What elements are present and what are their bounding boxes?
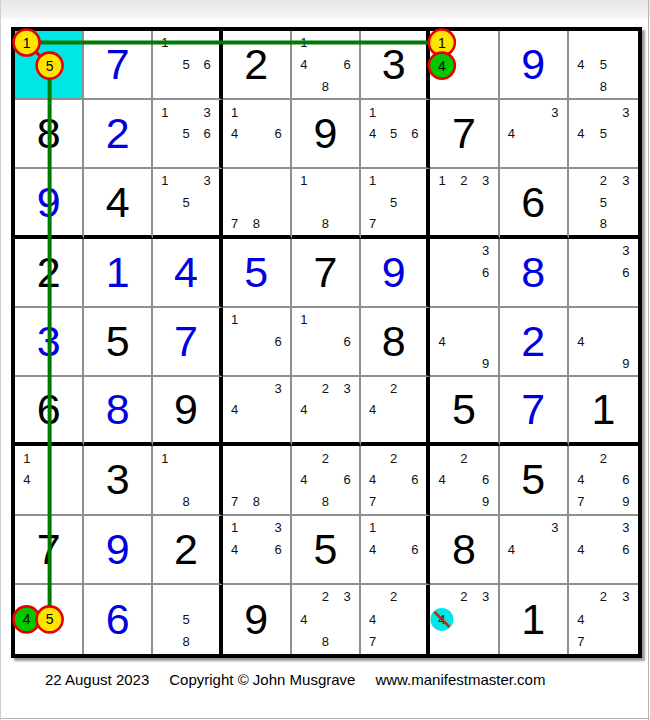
cell-r9c4[interactable]: 9 [223,585,292,654]
cell-r7c8[interactable]: 5 [500,446,569,515]
solved-digit-r4c8: 8 [500,239,567,306]
given-digit-r8c7: 8 [430,516,497,583]
cell-r2c8[interactable]: 34 [500,100,569,169]
given-digit-r3c8: 6 [500,169,567,234]
solved-digit-r8c2: 9 [84,516,151,583]
given-digit-r5c2: 5 [84,308,151,375]
footer-date: 22 August 2023 [45,671,149,688]
candidates-r9c5: 2348 [293,586,358,653]
cell-r5c6[interactable]: 8 [361,308,430,377]
cell-r1c4[interactable]: 2 [223,31,292,100]
cell-r4c2[interactable]: 1 [84,239,153,308]
cell-r6c9[interactable]: 1 [569,377,638,446]
candidates-r1c7 [431,32,496,97]
candidates-r9c1 [16,586,81,653]
cell-r4c4[interactable]: 5 [223,239,292,308]
candidates-r6c4: 34 [224,378,289,441]
candidates-r1c5: 1468 [293,32,358,97]
footer: 22 August 2023Copyright © John Musgravew… [45,671,545,688]
cell-r2c6[interactable]: 1456 [361,100,430,169]
candidates-r3c7: 123 [431,170,496,233]
given-digit-r6c3: 9 [153,377,218,442]
solved-digit-r5c3: 7 [153,308,218,375]
candidates-r5c5: 16 [293,309,358,374]
given-digit-r9c4: 9 [223,585,290,654]
given-digit-r5c6: 8 [361,308,426,375]
cell-r3c2[interactable]: 4 [84,169,153,238]
solved-digit-r6c2: 8 [84,377,151,442]
cell-r7c6[interactable]: 2467 [361,446,430,515]
window-bottom-edge [1,718,650,719]
cell-r9c6[interactable]: 247 [361,585,430,654]
candidates-r1c9: 458 [570,32,637,97]
candidates-r1c3: 156 [154,32,217,97]
given-digit-r4c5: 7 [292,239,359,306]
solved-digit-r1c8: 9 [500,31,567,98]
candidates-r8c8: 34 [501,517,566,582]
cell-r3c4[interactable]: 78 [223,169,292,238]
candidates-r8c6: 146 [362,517,425,582]
given-digit-r3c2: 4 [84,169,151,234]
cell-r6c1[interactable]: 6 [15,377,84,446]
candidates-r7c3: 18 [154,447,217,512]
solved-digit-r9c2: 6 [84,585,151,654]
given-digit-r2c5: 9 [292,100,359,167]
cell-r7c9[interactable]: 24679 [569,446,638,515]
cell-r6c3[interactable]: 9 [153,377,222,446]
cell-r7c1[interactable]: 14 [15,446,84,515]
candidates-r7c4: 78 [224,447,289,512]
solved-digit-r6c8: 7 [500,377,567,442]
cell-r9c5[interactable]: 2348 [292,585,361,654]
candidates-r4c9: 36 [570,240,637,305]
cell-r1c8[interactable]: 9 [500,31,569,100]
cell-r5c5[interactable]: 16 [292,308,361,377]
cell-r7c2[interactable]: 3 [84,446,153,515]
cell-r4c1[interactable]: 2 [15,239,84,308]
cell-r9c7[interactable]: 23 [430,585,499,654]
given-digit-r7c2: 3 [84,446,151,513]
cell-r3c8[interactable]: 6 [500,169,569,238]
footer-website: www.manifestmaster.com [375,671,545,688]
candidates-r6c6: 24 [362,378,425,441]
cell-r4c5[interactable]: 7 [292,239,361,308]
cell-r3c3[interactable]: 135 [153,169,222,238]
window-right-edge [648,0,649,720]
cell-r2c3[interactable]: 1356 [153,100,222,169]
solved-digit-r2c2: 2 [84,100,151,167]
solved-digit-r4c4: 5 [223,239,290,306]
cell-r8c6[interactable]: 146 [361,516,430,585]
page-top-bar [1,0,650,19]
candidates-r7c7: 2469 [431,447,496,512]
solved-digit-r5c8: 2 [500,308,567,375]
given-digit-r6c1: 6 [15,377,82,442]
cell-r8c4[interactable]: 1346 [223,516,292,585]
candidates-r9c7: 23 [431,586,496,653]
cell-r7c3[interactable]: 18 [153,446,222,515]
candidates-r2c9: 345 [570,101,637,166]
candidates-r3c3: 135 [154,170,217,233]
footer-copyright: Copyright © John Musgrave [169,671,355,688]
given-digit-r7c8: 5 [500,446,567,513]
cell-r1c1[interactable] [15,31,84,100]
cell-r8c8[interactable]: 34 [500,516,569,585]
cell-r9c8[interactable]: 1 [500,585,569,654]
candidates-r7c1: 14 [16,447,81,512]
cell-r2c1[interactable]: 8 [15,100,84,169]
cell-r6c6[interactable]: 24 [361,377,430,446]
cell-r3c1[interactable]: 9 [15,169,84,238]
candidates-r8c4: 1346 [224,517,289,582]
given-digit-r8c1: 7 [15,516,82,583]
cell-r4c3[interactable]: 4 [153,239,222,308]
candidates-r5c4: 16 [224,309,289,374]
cell-r4c6[interactable]: 9 [361,239,430,308]
given-digit-r2c1: 8 [15,100,82,167]
candidates-r2c8: 34 [501,101,566,166]
cell-r8c2[interactable]: 9 [84,516,153,585]
sudoku-board: 7156214683945882135614691456734345941357… [11,27,642,658]
given-digit-r4c1: 2 [15,239,82,306]
candidates-r2c4: 146 [224,101,289,166]
cell-r9c2[interactable]: 6 [84,585,153,654]
cell-r5c4[interactable]: 16 [223,308,292,377]
given-digit-r9c8: 1 [500,585,567,654]
candidates-r5c7: 49 [431,309,496,374]
cell-r2c5[interactable]: 9 [292,100,361,169]
candidates-r9c3: 58 [154,586,217,653]
solved-digit-r3c1: 9 [15,169,82,234]
candidates-r9c6: 247 [362,586,425,653]
cell-r7c7[interactable]: 2469 [430,446,499,515]
cell-r4c7[interactable]: 36 [430,239,499,308]
cell-r9c9[interactable]: 2347 [569,585,638,654]
cell-r8c9[interactable]: 346 [569,516,638,585]
candidates-r7c9: 24679 [570,447,637,512]
cell-r2c9[interactable]: 345 [569,100,638,169]
cell-r1c5[interactable]: 1468 [292,31,361,100]
cell-r3c6[interactable]: 157 [361,169,430,238]
cell-r6c2[interactable]: 8 [84,377,153,446]
cell-r1c6[interactable]: 3 [361,31,430,100]
cell-r2c4[interactable]: 146 [223,100,292,169]
solved-digit-r4c6: 9 [361,239,426,306]
given-digit-r8c3: 2 [153,516,218,583]
solved-digit-r5c1: 3 [15,308,82,375]
cell-r6c7[interactable]: 5 [430,377,499,446]
given-digit-r6c7: 5 [430,377,497,442]
cell-r9c1[interactable] [15,585,84,654]
cell-r5c3[interactable]: 7 [153,308,222,377]
cell-r1c9[interactable]: 458 [569,31,638,100]
cell-r1c2[interactable]: 7 [84,31,153,100]
candidates-r3c6: 157 [362,170,425,233]
candidates-r9c9: 2347 [570,586,637,653]
cell-r3c7[interactable]: 123 [430,169,499,238]
candidates-r8c9: 346 [570,517,637,582]
cell-r8c7[interactable]: 8 [430,516,499,585]
cell-r4c8[interactable]: 8 [500,239,569,308]
cell-r8c5[interactable]: 5 [292,516,361,585]
given-digit-r6c9: 1 [569,377,638,442]
candidates-r5c9: 49 [570,309,637,374]
candidates-r7c5: 2468 [293,447,358,512]
given-digit-r1c6: 3 [361,31,426,98]
cell-r3c5[interactable]: 18 [292,169,361,238]
cell-r5c9[interactable]: 49 [569,308,638,377]
cell-r5c7[interactable]: 49 [430,308,499,377]
candidates-r3c4: 78 [224,170,289,233]
candidates-r6c5: 234 [293,378,358,441]
cell-r2c7[interactable]: 7 [430,100,499,169]
cell-r1c7[interactable] [430,31,499,100]
solved-digit-r4c3: 4 [153,239,218,306]
cell-r5c8[interactable]: 2 [500,308,569,377]
cell-r8c3[interactable]: 2 [153,516,222,585]
given-digit-r8c5: 5 [292,516,359,583]
candidates-r4c7: 36 [431,240,496,305]
cell-r6c5[interactable]: 234 [292,377,361,446]
cell-r8c1[interactable]: 7 [15,516,84,585]
cell-r4c9[interactable]: 36 [569,239,638,308]
given-digit-r2c7: 7 [430,100,497,167]
cell-r7c4[interactable]: 78 [223,446,292,515]
cell-r5c2[interactable]: 5 [84,308,153,377]
candidates-r3c9: 2358 [570,170,637,233]
cell-r7c5[interactable]: 2468 [292,446,361,515]
cell-r9c3[interactable]: 58 [153,585,222,654]
cell-r5c1[interactable]: 3 [15,308,84,377]
candidates-r1c1 [16,32,81,97]
candidates-r2c3: 1356 [154,101,217,166]
cell-r6c4[interactable]: 34 [223,377,292,446]
candidates-r2c6: 1456 [362,101,425,166]
cell-r6c8[interactable]: 7 [500,377,569,446]
cell-r2c2[interactable]: 2 [84,100,153,169]
cell-r3c9[interactable]: 2358 [569,169,638,238]
cell-r1c3[interactable]: 156 [153,31,222,100]
candidates-r7c6: 2467 [362,447,425,512]
candidates-r3c5: 18 [293,170,358,233]
given-digit-r1c4: 2 [223,31,290,98]
solved-digit-r4c2: 1 [84,239,151,306]
solved-digit-r1c2: 7 [84,31,151,98]
